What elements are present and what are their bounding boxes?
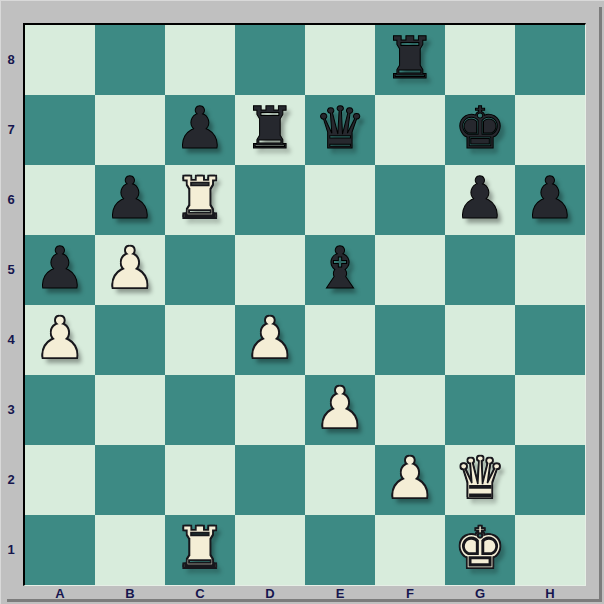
square-d5[interactable] (235, 235, 305, 305)
square-d7[interactable]: ♜ (235, 95, 305, 165)
square-c3[interactable] (165, 375, 235, 445)
square-h8[interactable] (515, 25, 585, 95)
file-label-h: H (515, 586, 585, 602)
piece-black-pawn[interactable]: ♟ (524, 169, 576, 227)
rank-label-4: 4 (1, 305, 21, 375)
square-g1[interactable]: ♚ (445, 515, 515, 585)
square-b2[interactable] (95, 445, 165, 515)
rank-label-8: 8 (1, 25, 21, 95)
chessboard-panel: ♜♟♜♛♚♟♜♟♟♟♟♝♟♟♟♟♛♜♚ 87654321 ABCDEFGH (0, 0, 604, 604)
square-b6[interactable]: ♟ (95, 165, 165, 235)
square-g5[interactable] (445, 235, 515, 305)
file-label-c: C (165, 586, 235, 602)
square-h2[interactable] (515, 445, 585, 515)
square-g8[interactable] (445, 25, 515, 95)
square-h6[interactable]: ♟ (515, 165, 585, 235)
piece-black-rook[interactable]: ♜ (244, 99, 296, 157)
square-e1[interactable] (305, 515, 375, 585)
square-b5[interactable]: ♟ (95, 235, 165, 305)
square-d1[interactable] (235, 515, 305, 585)
square-e4[interactable] (305, 305, 375, 375)
square-f7[interactable] (375, 95, 445, 165)
square-f2[interactable]: ♟ (375, 445, 445, 515)
square-a3[interactable] (25, 375, 95, 445)
square-h3[interactable] (515, 375, 585, 445)
square-a8[interactable] (25, 25, 95, 95)
square-e6[interactable] (305, 165, 375, 235)
square-h7[interactable] (515, 95, 585, 165)
file-label-f: F (375, 586, 445, 602)
piece-black-king[interactable]: ♚ (454, 99, 506, 157)
square-g3[interactable] (445, 375, 515, 445)
rank-label-5: 5 (1, 235, 21, 305)
piece-black-pawn[interactable]: ♟ (174, 99, 226, 157)
piece-black-pawn[interactable]: ♟ (454, 169, 506, 227)
square-e5[interactable]: ♝ (305, 235, 375, 305)
square-f4[interactable] (375, 305, 445, 375)
square-c8[interactable] (165, 25, 235, 95)
piece-black-pawn[interactable]: ♟ (34, 239, 86, 297)
square-g6[interactable]: ♟ (445, 165, 515, 235)
square-f3[interactable] (375, 375, 445, 445)
rank-label-3: 3 (1, 375, 21, 445)
square-a7[interactable] (25, 95, 95, 165)
square-c2[interactable] (165, 445, 235, 515)
piece-white-pawn[interactable]: ♟ (384, 449, 436, 507)
file-label-e: E (305, 586, 375, 602)
piece-black-rook[interactable]: ♜ (384, 29, 436, 87)
piece-white-king[interactable]: ♚ (454, 519, 506, 577)
piece-white-queen[interactable]: ♛ (454, 449, 506, 507)
piece-white-pawn[interactable]: ♟ (244, 309, 296, 367)
square-f8[interactable]: ♜ (375, 25, 445, 95)
square-h1[interactable] (515, 515, 585, 585)
rank-label-7: 7 (1, 95, 21, 165)
square-h4[interactable] (515, 305, 585, 375)
square-d6[interactable] (235, 165, 305, 235)
square-c5[interactable] (165, 235, 235, 305)
piece-black-queen[interactable]: ♛ (314, 99, 366, 157)
square-g7[interactable]: ♚ (445, 95, 515, 165)
square-d4[interactable]: ♟ (235, 305, 305, 375)
file-label-g: G (445, 586, 515, 602)
square-b4[interactable] (95, 305, 165, 375)
rank-label-2: 2 (1, 445, 21, 515)
piece-white-rook[interactable]: ♜ (174, 169, 226, 227)
square-b7[interactable] (95, 95, 165, 165)
square-d8[interactable] (235, 25, 305, 95)
square-g2[interactable]: ♛ (445, 445, 515, 515)
square-h5[interactable] (515, 235, 585, 305)
file-label-b: B (95, 586, 165, 602)
square-a6[interactable] (25, 165, 95, 235)
square-d2[interactable] (235, 445, 305, 515)
square-d3[interactable] (235, 375, 305, 445)
rank-label-1: 1 (1, 515, 21, 585)
file-label-a: A (25, 586, 95, 602)
square-c1[interactable]: ♜ (165, 515, 235, 585)
file-label-d: D (235, 586, 305, 602)
piece-white-pawn[interactable]: ♟ (104, 239, 156, 297)
square-e8[interactable] (305, 25, 375, 95)
piece-white-pawn[interactable]: ♟ (314, 379, 366, 437)
square-c7[interactable]: ♟ (165, 95, 235, 165)
square-c6[interactable]: ♜ (165, 165, 235, 235)
square-e7[interactable]: ♛ (305, 95, 375, 165)
square-c4[interactable] (165, 305, 235, 375)
square-a5[interactable]: ♟ (25, 235, 95, 305)
square-e3[interactable]: ♟ (305, 375, 375, 445)
square-b1[interactable] (95, 515, 165, 585)
chess-board: ♜♟♜♛♚♟♜♟♟♟♟♝♟♟♟♟♛♜♚ (23, 23, 586, 586)
piece-white-pawn[interactable]: ♟ (34, 309, 86, 367)
square-g4[interactable] (445, 305, 515, 375)
piece-black-bishop[interactable]: ♝ (314, 239, 366, 297)
square-b8[interactable] (95, 25, 165, 95)
square-a1[interactable] (25, 515, 95, 585)
square-f5[interactable] (375, 235, 445, 305)
piece-black-pawn[interactable]: ♟ (104, 169, 156, 227)
square-e2[interactable] (305, 445, 375, 515)
square-a4[interactable]: ♟ (25, 305, 95, 375)
square-f6[interactable] (375, 165, 445, 235)
piece-white-rook[interactable]: ♜ (174, 519, 226, 577)
square-a2[interactable] (25, 445, 95, 515)
square-f1[interactable] (375, 515, 445, 585)
rank-label-6: 6 (1, 165, 21, 235)
square-b3[interactable] (95, 375, 165, 445)
